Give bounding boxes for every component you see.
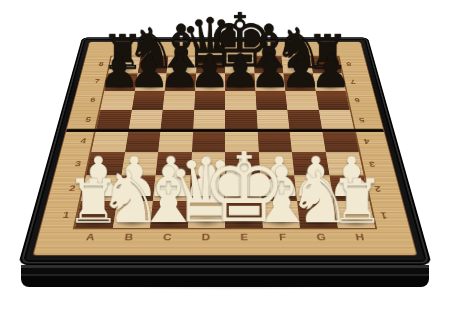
square-h7[interactable]: ♟	[313, 73, 346, 91]
file-label: D	[196, 47, 225, 55]
file-label: H	[309, 47, 339, 55]
square-c5[interactable]	[160, 110, 193, 130]
board-wood-margin: ♜♞♝♛♚♝♞♜♟♟♟♟♟♟♟♟♟♟♟♟♟♟♟♟♜♞♝♛♚♝♞♜ ABCDEFG…	[34, 42, 417, 255]
rank-label: 8	[339, 56, 358, 73]
file-labels-top: ABCDEFGH	[111, 47, 340, 55]
chessboard: ♜♞♝♛♚♝♞♜♟♟♟♟♟♟♟♟♟♟♟♟♟♟♟♟♜♞♝♛♚♝♞♜	[73, 56, 377, 230]
square-a6[interactable]	[100, 91, 134, 110]
square-f6[interactable]	[255, 91, 287, 110]
rank-label: 4	[356, 130, 379, 152]
file-label: B	[139, 47, 169, 55]
board-frame: ♜♞♝♛♚♝♞♜♟♟♟♟♟♟♟♟♟♟♟♟♟♟♟♟♜♞♝♛♚♝♞♜ ABCDEFG…	[18, 37, 432, 265]
square-g5[interactable]	[287, 110, 321, 130]
rank-label: 6	[347, 91, 368, 110]
square-h5[interactable]	[319, 110, 355, 130]
square-b5[interactable]	[128, 110, 162, 130]
board-scene: ♜♞♝♛♚♝♞♜♟♟♟♟♟♟♟♟♟♟♟♟♟♟♟♟♜♞♝♛♚♝♞♜ ABCDEFG…	[18, 0, 432, 265]
rank-label: 5	[351, 110, 373, 131]
file-label: A	[111, 47, 141, 55]
rank-label: 3	[360, 152, 384, 176]
file-label: F	[253, 47, 282, 55]
square-b6[interactable]	[131, 91, 164, 110]
photo-stage: ♜♞♝♛♚♝♞♜♟♟♟♟♟♟♟♟♟♟♟♟♟♟♟♟♜♞♝♛♚♝♞♜ ABCDEFG…	[0, 0, 450, 310]
square-d5[interactable]	[193, 110, 225, 130]
square-e6[interactable]	[225, 91, 256, 110]
piece-white-king[interactable]: ♚	[201, 140, 287, 236]
square-f5[interactable]	[256, 110, 289, 130]
square-h6[interactable]	[315, 91, 349, 110]
square-a5[interactable]	[96, 110, 132, 130]
square-d6[interactable]	[194, 91, 225, 110]
board-front-edge	[21, 265, 429, 287]
square-c6[interactable]	[163, 91, 195, 110]
square-g6[interactable]	[285, 91, 318, 110]
rank-label: 7	[343, 73, 363, 91]
square-e5[interactable]	[225, 110, 257, 130]
square-e1[interactable]: ♚	[225, 201, 263, 228]
file-label: C	[168, 47, 197, 55]
file-label: E	[225, 47, 254, 55]
file-label: G	[281, 47, 311, 55]
